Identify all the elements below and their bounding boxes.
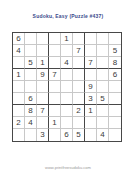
sudoku-cell	[97, 69, 109, 81]
sudoku-cell: 1	[85, 105, 97, 117]
sudoku-cell	[109, 117, 121, 129]
sudoku-cell	[97, 117, 109, 129]
sudoku-cell	[49, 105, 61, 117]
sudoku-cell	[25, 69, 37, 81]
sudoku-cell: 4	[25, 117, 37, 129]
sudoku-cell	[61, 105, 73, 117]
sudoku-cell: 4	[61, 57, 73, 69]
sudoku-cell	[73, 57, 85, 69]
sudoku-cell	[61, 117, 73, 129]
sudoku-cell	[25, 81, 37, 93]
sudoku-cell: 6	[61, 129, 73, 141]
sudoku-cell	[85, 129, 97, 141]
sudoku-cell: 4	[97, 129, 109, 141]
sudoku-cell	[109, 33, 121, 45]
sudoku-cell	[61, 93, 73, 105]
sudoku-cell	[49, 129, 61, 141]
sudoku-cell	[97, 57, 109, 69]
sudoku-cell: 5	[73, 129, 85, 141]
sudoku-cell	[109, 93, 121, 105]
sudoku-cell	[97, 81, 109, 93]
sudoku-cell: 1	[61, 33, 73, 45]
sudoku-cell: 7	[85, 57, 97, 69]
sudoku-cell	[49, 57, 61, 69]
sudoku-cell	[109, 81, 121, 93]
sudoku-cell	[85, 69, 97, 81]
sudoku-cell	[73, 117, 85, 129]
sudoku-cell	[49, 33, 61, 45]
sudoku-cell	[73, 81, 85, 93]
sudoku-cell	[13, 93, 25, 105]
puzzle-title: Sudoku, Easy (Puzzle #437)	[0, 13, 136, 19]
sudoku-cell	[97, 45, 109, 57]
sudoku-grid: 61475514781976963587212413654	[12, 32, 122, 142]
sudoku-cell: 2	[13, 117, 25, 129]
sudoku-cell	[49, 93, 61, 105]
sudoku-cell: 5	[97, 93, 109, 105]
sudoku-cell: 3	[37, 129, 49, 141]
sudoku-cell	[61, 69, 73, 81]
sudoku-cell: 1	[37, 57, 49, 69]
sudoku-cell	[97, 33, 109, 45]
sudoku-cell	[73, 33, 85, 45]
sudoku-cell	[85, 45, 97, 57]
sudoku-cell	[61, 81, 73, 93]
sudoku-cell: 1	[13, 69, 25, 81]
sudoku-cell	[49, 45, 61, 57]
sudoku-cell: 6	[109, 69, 121, 81]
sudoku-cell	[13, 81, 25, 93]
sudoku-cell	[37, 45, 49, 57]
sudoku-cell: 9	[85, 81, 97, 93]
sudoku-cell	[97, 105, 109, 117]
printable-sudoku-page: Sudoku, Easy (Puzzle #437) 6147551478197…	[0, 0, 136, 176]
sudoku-cell	[73, 69, 85, 81]
footer-url: www.printfreesudoku.com	[0, 165, 136, 170]
sudoku-cell	[73, 93, 85, 105]
sudoku-cell	[49, 81, 61, 93]
sudoku-cell	[109, 129, 121, 141]
sudoku-cell	[13, 105, 25, 117]
sudoku-cell	[13, 129, 25, 141]
sudoku-cell	[37, 117, 49, 129]
sudoku-cell	[61, 45, 73, 57]
sudoku-cell	[85, 117, 97, 129]
sudoku-cell: 6	[25, 93, 37, 105]
sudoku-cell	[37, 33, 49, 45]
sudoku-cell: 2	[73, 105, 85, 117]
sudoku-cell: 7	[73, 45, 85, 57]
sudoku-cell	[25, 45, 37, 57]
sudoku-cell: 5	[109, 45, 121, 57]
sudoku-cell	[109, 105, 121, 117]
sudoku-cell: 8	[109, 57, 121, 69]
sudoku-cell	[25, 129, 37, 141]
sudoku-cell	[37, 81, 49, 93]
sudoku-cell: 8	[25, 105, 37, 117]
sudoku-cell	[13, 57, 25, 69]
sudoku-cell	[25, 33, 37, 45]
sudoku-cell: 7	[49, 69, 61, 81]
sudoku-cell: 5	[25, 57, 37, 69]
sudoku-cell: 4	[13, 45, 25, 57]
sudoku-cell	[85, 33, 97, 45]
sudoku-cell: 1	[49, 117, 61, 129]
sudoku-cell: 6	[13, 33, 25, 45]
sudoku-cell: 9	[37, 69, 49, 81]
sudoku-cell	[37, 93, 49, 105]
sudoku-cell: 3	[85, 93, 97, 105]
sudoku-cell: 7	[37, 105, 49, 117]
